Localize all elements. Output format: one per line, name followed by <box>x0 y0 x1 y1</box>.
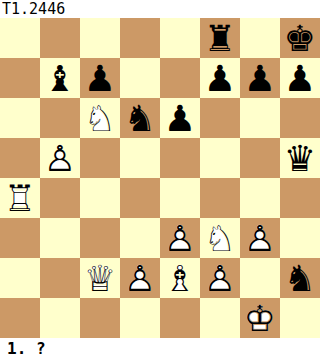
square-f1[interactable] <box>200 298 240 338</box>
square-h3[interactable] <box>280 218 320 258</box>
piece-white-rook: ♜♖ <box>0 178 40 218</box>
square-h8[interactable]: ♚ <box>280 18 320 58</box>
piece-white-pawn: ♟♙ <box>240 218 280 258</box>
square-a2[interactable] <box>0 258 40 298</box>
piece-black-king: ♚ <box>280 18 320 58</box>
square-f6[interactable] <box>200 98 240 138</box>
square-h4[interactable] <box>280 178 320 218</box>
square-e1[interactable] <box>160 298 200 338</box>
square-g2[interactable] <box>240 258 280 298</box>
square-g1[interactable]: ♚♔ <box>240 298 280 338</box>
square-h2[interactable]: ♞ <box>280 258 320 298</box>
square-b4[interactable] <box>40 178 80 218</box>
square-d2[interactable]: ♟♙ <box>120 258 160 298</box>
square-d1[interactable] <box>120 298 160 338</box>
square-g5[interactable] <box>240 138 280 178</box>
piece-black-rook: ♜ <box>200 18 240 58</box>
square-e3[interactable]: ♟♙ <box>160 218 200 258</box>
square-c3[interactable] <box>80 218 120 258</box>
piece-black-queen: ♛ <box>280 138 320 178</box>
square-a3[interactable] <box>0 218 40 258</box>
square-h5[interactable]: ♛ <box>280 138 320 178</box>
square-a4[interactable]: ♜♖ <box>0 178 40 218</box>
square-e4[interactable] <box>160 178 200 218</box>
square-d4[interactable] <box>120 178 160 218</box>
square-g7[interactable]: ♟ <box>240 58 280 98</box>
square-c8[interactable] <box>80 18 120 58</box>
chess-board: ♜♚♝♟♟♟♟♞♘♞♟♟♙♛♜♖♟♙♞♘♟♙♛♕♟♙♝♗♟♙♞♚♔ <box>0 18 320 338</box>
chess-puzzle-window: T1.2446 ♜♚♝♟♟♟♟♞♘♞♟♟♙♛♜♖♟♙♞♘♟♙♛♕♟♙♝♗♟♙♞♚… <box>0 0 320 360</box>
piece-black-pawn: ♟ <box>240 58 280 98</box>
square-b2[interactable] <box>40 258 80 298</box>
square-b7[interactable]: ♝ <box>40 58 80 98</box>
square-h7[interactable]: ♟ <box>280 58 320 98</box>
piece-black-pawn: ♟ <box>80 58 120 98</box>
piece-white-knight: ♞♘ <box>200 218 240 258</box>
piece-white-knight: ♞♘ <box>80 98 120 138</box>
square-b8[interactable] <box>40 18 80 58</box>
piece-black-pawn: ♟ <box>200 58 240 98</box>
square-e6[interactable]: ♟ <box>160 98 200 138</box>
square-b6[interactable] <box>40 98 80 138</box>
piece-black-knight: ♞ <box>120 98 160 138</box>
square-a8[interactable] <box>0 18 40 58</box>
piece-black-knight: ♞ <box>280 258 320 298</box>
square-f4[interactable] <box>200 178 240 218</box>
piece-white-queen: ♛♕ <box>80 258 120 298</box>
square-f2[interactable]: ♟♙ <box>200 258 240 298</box>
square-e5[interactable] <box>160 138 200 178</box>
square-h1[interactable] <box>280 298 320 338</box>
square-d7[interactable] <box>120 58 160 98</box>
square-c6[interactable]: ♞♘ <box>80 98 120 138</box>
square-b3[interactable] <box>40 218 80 258</box>
square-a6[interactable] <box>0 98 40 138</box>
move-prompt: 1. ? <box>0 338 320 360</box>
square-a7[interactable] <box>0 58 40 98</box>
square-c4[interactable] <box>80 178 120 218</box>
square-a5[interactable] <box>0 138 40 178</box>
piece-white-pawn: ♟♙ <box>120 258 160 298</box>
square-f3[interactable]: ♞♘ <box>200 218 240 258</box>
piece-white-bishop: ♝♗ <box>160 258 200 298</box>
square-d3[interactable] <box>120 218 160 258</box>
square-g6[interactable] <box>240 98 280 138</box>
square-c2[interactable]: ♛♕ <box>80 258 120 298</box>
square-e2[interactable]: ♝♗ <box>160 258 200 298</box>
square-c7[interactable]: ♟ <box>80 58 120 98</box>
square-f5[interactable] <box>200 138 240 178</box>
square-e8[interactable] <box>160 18 200 58</box>
square-d5[interactable] <box>120 138 160 178</box>
square-e7[interactable] <box>160 58 200 98</box>
piece-black-bishop: ♝ <box>40 58 80 98</box>
square-g3[interactable]: ♟♙ <box>240 218 280 258</box>
square-b1[interactable] <box>40 298 80 338</box>
piece-black-pawn: ♟ <box>160 98 200 138</box>
square-f7[interactable]: ♟ <box>200 58 240 98</box>
square-c1[interactable] <box>80 298 120 338</box>
piece-white-pawn: ♟♙ <box>40 138 80 178</box>
square-g8[interactable] <box>240 18 280 58</box>
piece-white-king: ♚♔ <box>240 298 280 338</box>
square-b5[interactable]: ♟♙ <box>40 138 80 178</box>
piece-white-pawn: ♟♙ <box>160 218 200 258</box>
square-h6[interactable] <box>280 98 320 138</box>
puzzle-title: T1.2446 <box>0 0 320 18</box>
square-d6[interactable]: ♞ <box>120 98 160 138</box>
square-c5[interactable] <box>80 138 120 178</box>
square-g4[interactable] <box>240 178 280 218</box>
square-d8[interactable] <box>120 18 160 58</box>
piece-white-pawn: ♟♙ <box>200 258 240 298</box>
square-a1[interactable] <box>0 298 40 338</box>
piece-black-pawn: ♟ <box>280 58 320 98</box>
square-f8[interactable]: ♜ <box>200 18 240 58</box>
